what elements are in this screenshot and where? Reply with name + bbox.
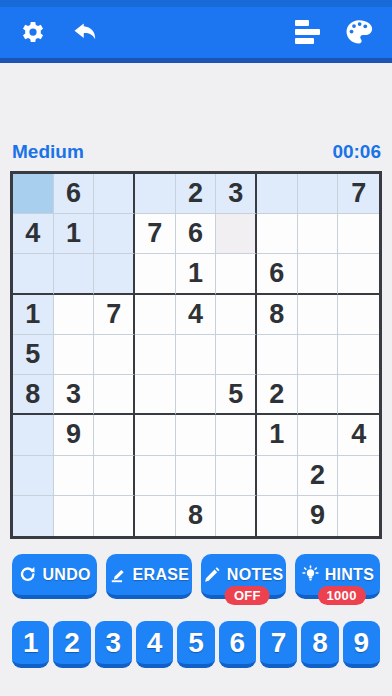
- cell-r6c7[interactable]: 2: [257, 375, 298, 415]
- cell-r8c6[interactable]: [216, 456, 257, 496]
- cell-r6c6[interactable]: 5: [216, 375, 257, 415]
- eraser-pencil-icon: [109, 565, 128, 584]
- notes-off-badge: OFF: [225, 586, 270, 605]
- undo-button[interactable]: UNDO: [12, 554, 97, 599]
- cell-r5c7[interactable]: [257, 335, 298, 375]
- cell-r9c9[interactable]: [338, 496, 379, 536]
- cell-r4c2[interactable]: [54, 295, 95, 335]
- cell-r5c3[interactable]: [94, 335, 135, 375]
- cell-r6c2[interactable]: 3: [54, 375, 95, 415]
- cell-r5c5[interactable]: [176, 335, 217, 375]
- cell-r3c8[interactable]: [298, 254, 339, 294]
- cell-r9c2[interactable]: [54, 496, 95, 536]
- cell-r4c5[interactable]: 4: [176, 295, 217, 335]
- erase-button[interactable]: ERASE: [106, 554, 191, 599]
- numpad-8-button[interactable]: 8: [301, 621, 338, 668]
- numpad-1-button[interactable]: 1: [12, 621, 49, 668]
- lightbulb-icon: [301, 565, 320, 584]
- cell-r2c6[interactable]: [216, 214, 257, 254]
- cell-r4c1[interactable]: 1: [13, 295, 54, 335]
- cell-r5c9[interactable]: [338, 335, 379, 375]
- top-bar: [0, 0, 392, 63]
- cell-r2c4[interactable]: 7: [135, 214, 176, 254]
- cell-r3c1[interactable]: [13, 254, 54, 294]
- cell-r9c8[interactable]: 9: [298, 496, 339, 536]
- stats-bars-icon[interactable]: [290, 15, 324, 49]
- cell-r3c5[interactable]: 1: [176, 254, 217, 294]
- numpad-5-button[interactable]: 5: [177, 621, 214, 668]
- settings-gear-icon[interactable]: [16, 15, 50, 49]
- cell-r2c9[interactable]: [338, 214, 379, 254]
- cell-r8c5[interactable]: [176, 456, 217, 496]
- back-arrow-icon[interactable]: [68, 15, 102, 49]
- cell-r2c1[interactable]: 4: [13, 214, 54, 254]
- cell-r5c2[interactable]: [54, 335, 95, 375]
- cell-r7c2[interactable]: 9: [54, 415, 95, 455]
- cell-r3c9[interactable]: [338, 254, 379, 294]
- cell-r7c1[interactable]: [13, 415, 54, 455]
- cell-r1c5[interactable]: 2: [176, 174, 217, 214]
- cell-r8c3[interactable]: [94, 456, 135, 496]
- cell-r4c8[interactable]: [298, 295, 339, 335]
- cell-r6c8[interactable]: [298, 375, 339, 415]
- numpad-6-button[interactable]: 6: [219, 621, 256, 668]
- cell-r4c4[interactable]: [135, 295, 176, 335]
- undo-arrow-icon: [18, 565, 37, 584]
- cell-r9c4[interactable]: [135, 496, 176, 536]
- cell-r8c2[interactable]: [54, 456, 95, 496]
- cell-r7c5[interactable]: [176, 415, 217, 455]
- cell-r2c8[interactable]: [298, 214, 339, 254]
- cell-r4c6[interactable]: [216, 295, 257, 335]
- cell-r6c5[interactable]: [176, 375, 217, 415]
- cell-r6c1[interactable]: 8: [13, 375, 54, 415]
- theme-palette-icon[interactable]: [342, 15, 376, 49]
- timer: 00:06: [332, 141, 381, 163]
- cell-r3c2[interactable]: [54, 254, 95, 294]
- cell-r5c8[interactable]: [298, 335, 339, 375]
- cell-r5c4[interactable]: [135, 335, 176, 375]
- cell-r8c1[interactable]: [13, 456, 54, 496]
- cell-r8c8[interactable]: 2: [298, 456, 339, 496]
- cell-r9c5[interactable]: 8: [176, 496, 217, 536]
- cell-r1c7[interactable]: [257, 174, 298, 214]
- cell-r2c3[interactable]: [94, 214, 135, 254]
- action-bar: UNDO ERASE NOTES OFF HINTS 1000: [12, 554, 380, 599]
- cell-r2c2[interactable]: 1: [54, 214, 95, 254]
- cell-r6c4[interactable]: [135, 375, 176, 415]
- cell-r7c6[interactable]: [216, 415, 257, 455]
- cell-r7c7[interactable]: 1: [257, 415, 298, 455]
- cell-r2c5[interactable]: 6: [176, 214, 217, 254]
- cell-r3c3[interactable]: [94, 254, 135, 294]
- cell-r8c9[interactable]: [338, 456, 379, 496]
- numpad-3-button[interactable]: 3: [95, 621, 132, 668]
- cell-r5c6[interactable]: [216, 335, 257, 375]
- cell-r4c9[interactable]: [338, 295, 379, 335]
- sudoku-grid: 6237417616174858352914289: [10, 171, 382, 539]
- cell-r7c4[interactable]: [135, 415, 176, 455]
- cell-r3c4[interactable]: [135, 254, 176, 294]
- cell-r4c7[interactable]: 8: [257, 295, 298, 335]
- cell-r1c6[interactable]: 3: [216, 174, 257, 214]
- cell-r7c8[interactable]: [298, 415, 339, 455]
- cell-r1c4[interactable]: [135, 174, 176, 214]
- difficulty-label: Medium: [12, 141, 84, 163]
- notes-button[interactable]: NOTES OFF: [201, 554, 286, 599]
- cell-r2c7[interactable]: [257, 214, 298, 254]
- cell-r1c3[interactable]: [94, 174, 135, 214]
- cell-r9c6[interactable]: [216, 496, 257, 536]
- pencil-icon: [203, 565, 222, 584]
- cell-r3c6[interactable]: [216, 254, 257, 294]
- cell-r9c3[interactable]: [94, 496, 135, 536]
- cell-r4c3[interactable]: 7: [94, 295, 135, 335]
- cell-r1c1[interactable]: [13, 174, 54, 214]
- cell-r7c3[interactable]: [94, 415, 135, 455]
- game-status-row: Medium 00:06: [12, 141, 381, 163]
- cell-r1c8[interactable]: [298, 174, 339, 214]
- cell-r6c9[interactable]: [338, 375, 379, 415]
- numpad-7-button[interactable]: 7: [260, 621, 297, 668]
- cell-r9c7[interactable]: [257, 496, 298, 536]
- cell-r5c1[interactable]: 5: [13, 335, 54, 375]
- numpad-4-button[interactable]: 4: [136, 621, 173, 668]
- cell-r7c9[interactable]: 4: [338, 415, 379, 455]
- cell-r8c7[interactable]: [257, 456, 298, 496]
- cell-r1c2[interactable]: 6: [54, 174, 95, 214]
- number-pad: 123456789: [12, 621, 380, 668]
- numpad-9-button[interactable]: 9: [343, 621, 380, 668]
- cell-r9c1[interactable]: [13, 496, 54, 536]
- cell-r3c7[interactable]: 6: [257, 254, 298, 294]
- cell-r6c3[interactable]: [94, 375, 135, 415]
- cell-r1c9[interactable]: 7: [338, 174, 379, 214]
- hints-button[interactable]: HINTS 1000: [295, 554, 380, 599]
- hints-count-badge: 1000: [318, 586, 366, 605]
- numpad-2-button[interactable]: 2: [53, 621, 90, 668]
- cell-r8c4[interactable]: [135, 456, 176, 496]
